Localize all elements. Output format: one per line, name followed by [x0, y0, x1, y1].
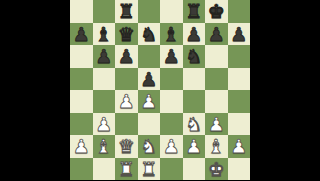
piece-white-pawn: ♟ — [95, 113, 112, 135]
video-frame: ♜♜♚♟♝♛♞♝♟♟♟♟♟♟♞♟♟♟♟♞♟♟♝♛♞♟♟♝♟♜♜♚ — [0, 0, 320, 180]
square-h5[interactable] — [228, 68, 251, 91]
piece-white-pawn: ♟ — [163, 135, 180, 157]
square-c7[interactable]: ♛ — [115, 23, 138, 46]
square-e8[interactable] — [160, 0, 183, 23]
letterbox-right — [250, 0, 320, 180]
piece-white-rook: ♜ — [140, 158, 157, 180]
piece-black-rook: ♜ — [118, 0, 135, 22]
piece-black-pawn: ♟ — [118, 45, 135, 67]
square-d4[interactable]: ♟ — [138, 90, 161, 113]
square-g6[interactable] — [205, 45, 228, 68]
piece-white-pawn: ♟ — [208, 113, 225, 135]
square-h4[interactable] — [228, 90, 251, 113]
square-d1[interactable]: ♜ — [138, 158, 161, 181]
piece-white-queen: ♛ — [118, 135, 135, 157]
square-g3[interactable]: ♟ — [205, 113, 228, 136]
piece-white-pawn: ♟ — [73, 135, 90, 157]
square-c1[interactable]: ♜ — [115, 158, 138, 181]
square-e7[interactable]: ♝ — [160, 23, 183, 46]
square-d2[interactable]: ♞ — [138, 135, 161, 158]
square-f3[interactable]: ♞ — [183, 113, 206, 136]
square-g8[interactable]: ♚ — [205, 0, 228, 23]
piece-black-rook: ♜ — [185, 0, 202, 22]
square-f1[interactable] — [183, 158, 206, 181]
square-a5[interactable] — [70, 68, 93, 91]
square-d8[interactable] — [138, 0, 161, 23]
square-b5[interactable] — [93, 68, 116, 91]
square-b3[interactable]: ♟ — [93, 113, 116, 136]
square-e2[interactable]: ♟ — [160, 135, 183, 158]
square-f2[interactable]: ♟ — [183, 135, 206, 158]
square-b2[interactable]: ♝ — [93, 135, 116, 158]
piece-black-pawn: ♟ — [208, 23, 225, 45]
piece-black-knight: ♞ — [185, 45, 202, 67]
square-g7[interactable]: ♟ — [205, 23, 228, 46]
piece-black-pawn: ♟ — [140, 68, 157, 90]
piece-black-pawn: ♟ — [73, 23, 90, 45]
square-h1[interactable] — [228, 158, 251, 181]
square-a7[interactable]: ♟ — [70, 23, 93, 46]
square-a3[interactable] — [70, 113, 93, 136]
square-f4[interactable] — [183, 90, 206, 113]
square-e6[interactable]: ♟ — [160, 45, 183, 68]
piece-black-bishop: ♝ — [163, 23, 180, 45]
square-b4[interactable] — [93, 90, 116, 113]
letterbox-left — [0, 0, 70, 180]
chess-board: ♜♜♚♟♝♛♞♝♟♟♟♟♟♟♞♟♟♟♟♞♟♟♝♛♞♟♟♝♟♜♜♚ — [70, 0, 250, 180]
piece-black-pawn: ♟ — [163, 45, 180, 67]
piece-white-pawn: ♟ — [140, 90, 157, 112]
square-c4[interactable]: ♟ — [115, 90, 138, 113]
piece-black-queen: ♛ — [118, 23, 135, 45]
piece-white-knight: ♞ — [140, 135, 157, 157]
piece-black-pawn: ♟ — [230, 23, 247, 45]
square-h6[interactable] — [228, 45, 251, 68]
square-a8[interactable] — [70, 0, 93, 23]
square-c5[interactable] — [115, 68, 138, 91]
square-d3[interactable] — [138, 113, 161, 136]
square-h3[interactable] — [228, 113, 251, 136]
piece-white-bishop: ♝ — [208, 135, 225, 157]
piece-black-bishop: ♝ — [95, 23, 112, 45]
square-c6[interactable]: ♟ — [115, 45, 138, 68]
square-g1[interactable]: ♚ — [205, 158, 228, 181]
square-b1[interactable] — [93, 158, 116, 181]
square-g2[interactable]: ♝ — [205, 135, 228, 158]
square-e5[interactable] — [160, 68, 183, 91]
square-h2[interactable]: ♟ — [228, 135, 251, 158]
square-a1[interactable] — [70, 158, 93, 181]
piece-white-pawn: ♟ — [118, 90, 135, 112]
square-g4[interactable] — [205, 90, 228, 113]
square-b8[interactable] — [93, 0, 116, 23]
square-h8[interactable] — [228, 0, 251, 23]
piece-white-rook: ♜ — [118, 158, 135, 180]
square-g5[interactable] — [205, 68, 228, 91]
square-f7[interactable]: ♟ — [183, 23, 206, 46]
piece-white-bishop: ♝ — [95, 135, 112, 157]
square-c3[interactable] — [115, 113, 138, 136]
square-a6[interactable] — [70, 45, 93, 68]
piece-black-king: ♚ — [208, 0, 225, 22]
square-f8[interactable]: ♜ — [183, 0, 206, 23]
square-f5[interactable] — [183, 68, 206, 91]
piece-white-king: ♚ — [208, 158, 225, 180]
square-h7[interactable]: ♟ — [228, 23, 251, 46]
square-d5[interactable]: ♟ — [138, 68, 161, 91]
square-c8[interactable]: ♜ — [115, 0, 138, 23]
square-d7[interactable]: ♞ — [138, 23, 161, 46]
square-e1[interactable] — [160, 158, 183, 181]
square-f6[interactable]: ♞ — [183, 45, 206, 68]
piece-white-pawn: ♟ — [230, 135, 247, 157]
piece-white-knight: ♞ — [185, 113, 202, 135]
square-e4[interactable] — [160, 90, 183, 113]
piece-black-pawn: ♟ — [185, 23, 202, 45]
square-a2[interactable]: ♟ — [70, 135, 93, 158]
piece-white-pawn: ♟ — [185, 135, 202, 157]
piece-black-knight: ♞ — [140, 23, 157, 45]
square-b7[interactable]: ♝ — [93, 23, 116, 46]
square-a4[interactable] — [70, 90, 93, 113]
piece-black-pawn: ♟ — [95, 45, 112, 67]
square-d6[interactable] — [138, 45, 161, 68]
square-e3[interactable] — [160, 113, 183, 136]
square-b6[interactable]: ♟ — [93, 45, 116, 68]
square-c2[interactable]: ♛ — [115, 135, 138, 158]
